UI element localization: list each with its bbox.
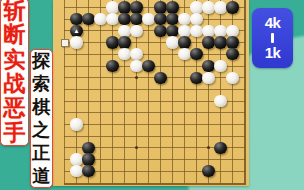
black-stone (166, 13, 178, 25)
banner-red-char: 斩 (4, 0, 26, 22)
black-stone (214, 36, 226, 48)
black-stone (214, 142, 226, 154)
black-stone (202, 36, 214, 48)
black-stone (82, 13, 94, 25)
white-stone (130, 60, 142, 72)
thumbnail-stage: ▲ 斩断实战恶手 探索棋之正道 4k 1k (0, 0, 304, 190)
white-stone (70, 165, 82, 177)
white-stone (190, 13, 202, 25)
rank-top-label: 4k (265, 15, 281, 32)
black-stone (226, 48, 238, 60)
grid-line-vertical (148, 0, 149, 184)
white-stone (214, 95, 226, 107)
banner-white-char: 索 (32, 75, 50, 93)
white-stone (118, 25, 130, 37)
black-stone (118, 36, 130, 48)
rank-dash-icon (271, 33, 274, 43)
grid-line-horizontal (64, 124, 246, 125)
black-stone (130, 13, 142, 25)
banner-red-slogan: 斩断实战恶手 (0, 0, 29, 146)
black-stone (154, 25, 166, 37)
last-move-triangle-marker: ▲ (73, 27, 79, 34)
white-stone (70, 36, 82, 48)
black-stone (82, 142, 94, 154)
go-board[interactable]: ▲ (53, 0, 249, 186)
grid-line-vertical (112, 0, 113, 184)
star-point (135, 76, 138, 79)
rank-bottom-label: 1k (265, 45, 281, 62)
white-stone (178, 25, 190, 37)
white-stone (226, 25, 238, 37)
white-stone (118, 48, 130, 60)
black-stone (190, 72, 202, 84)
white-stone (178, 48, 190, 60)
rank-range-badge: 4k 1k (252, 8, 293, 68)
white-stone (130, 25, 142, 37)
black-stone (202, 165, 214, 177)
banner-white-char: 道 (32, 167, 50, 185)
grid-line-horizontal (64, 54, 246, 55)
banner-red-char: 手 (4, 122, 26, 144)
square-marker (61, 39, 69, 47)
star-point (207, 146, 210, 149)
white-stone (226, 72, 238, 84)
white-stone (70, 118, 82, 130)
grid-line-vertical (64, 0, 65, 184)
black-stone (178, 36, 190, 48)
banner-white-char: 探 (32, 52, 50, 70)
white-stone (130, 48, 142, 60)
black-stone (106, 60, 118, 72)
black-stone (82, 165, 94, 177)
black-stone (202, 60, 214, 72)
white-stone (202, 72, 214, 84)
banner-white-char: 之 (32, 121, 50, 139)
banner-red-char: 断 (4, 24, 26, 46)
banner-red-char: 恶 (4, 97, 26, 119)
white-stone (202, 25, 214, 37)
white-stone (70, 153, 82, 165)
white-stone (202, 1, 214, 13)
black-stone (226, 1, 238, 13)
black-stone (154, 13, 166, 25)
banner-red-char: 战 (4, 73, 26, 95)
banner-white-char: 正 (32, 144, 50, 162)
black-stone (166, 25, 178, 37)
black-stone (106, 36, 118, 48)
white-stone (94, 13, 106, 25)
banner-red-char: 实 (4, 49, 26, 71)
black-stone (118, 13, 130, 25)
white-stone (190, 1, 202, 13)
white-stone (166, 36, 178, 48)
black-stone (70, 13, 82, 25)
black-stone (118, 1, 130, 13)
white-stone (178, 13, 190, 25)
black-stone (130, 1, 142, 13)
black-stone (190, 48, 202, 60)
white-stone (190, 25, 202, 37)
black-stone: ▲ (70, 25, 82, 37)
star-point (135, 146, 138, 149)
grid-line-vertical (244, 0, 246, 184)
black-stone (166, 1, 178, 13)
banner-white-char: 棋 (32, 98, 50, 116)
white-stone (106, 1, 118, 13)
grid-line-horizontal (64, 112, 246, 113)
black-stone (226, 36, 238, 48)
banner-white-slogan: 探索棋之正道 (30, 49, 53, 188)
white-stone (214, 1, 226, 13)
black-stone (82, 153, 94, 165)
grid-line-horizontal (64, 89, 246, 90)
white-stone (214, 25, 226, 37)
white-stone (214, 60, 226, 72)
grid-line-horizontal (64, 183, 246, 185)
white-stone (142, 13, 154, 25)
black-stone (154, 72, 166, 84)
black-stone (154, 1, 166, 13)
grid-line-horizontal (64, 136, 246, 137)
black-stone (142, 60, 154, 72)
grid-line-vertical (100, 0, 101, 184)
white-stone (106, 13, 118, 25)
